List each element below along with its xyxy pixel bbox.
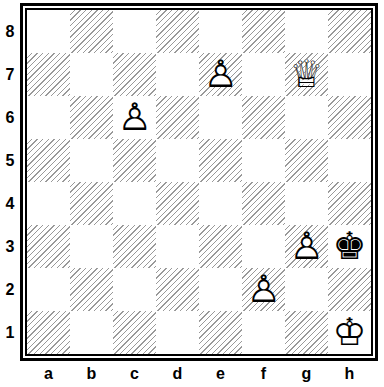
square-h5[interactable] — [328, 139, 371, 182]
square-h3[interactable]: ♚ — [328, 225, 371, 268]
square-a6[interactable] — [27, 96, 70, 139]
square-g3[interactable]: ♟♙ — [285, 225, 328, 268]
square-e6[interactable] — [199, 96, 242, 139]
square-c7[interactable] — [113, 53, 156, 96]
square-e8[interactable] — [199, 10, 242, 53]
square-f6[interactable] — [242, 96, 285, 139]
square-c6[interactable]: ♟♙ — [113, 96, 156, 139]
square-h2[interactable] — [328, 268, 371, 311]
rank-label-4: 4 — [0, 182, 20, 225]
square-d8[interactable] — [156, 10, 199, 53]
square-e5[interactable] — [199, 139, 242, 182]
square-d3[interactable] — [156, 225, 199, 268]
square-c1[interactable] — [113, 311, 156, 354]
white-queen[interactable]: ♛♕ — [285, 53, 328, 96]
square-d7[interactable] — [156, 53, 199, 96]
square-d2[interactable] — [156, 268, 199, 311]
square-a2[interactable] — [27, 268, 70, 311]
rank-label-8: 8 — [0, 10, 20, 53]
square-e4[interactable] — [199, 182, 242, 225]
square-b6[interactable] — [70, 96, 113, 139]
white-pawn-glyph: ♙ — [285, 225, 328, 268]
white-pawn[interactable]: ♟♙ — [113, 96, 156, 139]
file-label-e: e — [199, 361, 242, 386]
square-b4[interactable] — [70, 182, 113, 225]
white-pawn[interactable]: ♟♙ — [199, 53, 242, 96]
white-pawn[interactable]: ♟♙ — [242, 268, 285, 311]
square-a7[interactable] — [27, 53, 70, 96]
square-e2[interactable] — [199, 268, 242, 311]
white-king[interactable]: ♚♔ — [328, 311, 371, 354]
file-labels: abcdefgh — [27, 361, 371, 386]
file-label-h: h — [328, 361, 371, 386]
square-b5[interactable] — [70, 139, 113, 182]
square-g8[interactable] — [285, 10, 328, 53]
square-b1[interactable] — [70, 311, 113, 354]
square-c2[interactable] — [113, 268, 156, 311]
square-g2[interactable] — [285, 268, 328, 311]
square-g4[interactable] — [285, 182, 328, 225]
square-h6[interactable] — [328, 96, 371, 139]
rank-label-3: 3 — [0, 225, 20, 268]
square-b3[interactable] — [70, 225, 113, 268]
square-g6[interactable] — [285, 96, 328, 139]
square-d4[interactable] — [156, 182, 199, 225]
file-label-c: c — [113, 361, 156, 386]
rank-labels: 87654321 — [0, 10, 20, 354]
square-a1[interactable] — [27, 311, 70, 354]
square-f8[interactable] — [242, 10, 285, 53]
black-king[interactable]: ♚ — [328, 225, 371, 268]
board-frame: ♟♙♛♕♟♙♟♙♚♟♙♚♔ — [20, 3, 378, 361]
square-g1[interactable] — [285, 311, 328, 354]
file-label-g: g — [285, 361, 328, 386]
square-c3[interactable] — [113, 225, 156, 268]
square-a5[interactable] — [27, 139, 70, 182]
square-f3[interactable] — [242, 225, 285, 268]
square-a8[interactable] — [27, 10, 70, 53]
square-e1[interactable] — [199, 311, 242, 354]
square-h1[interactable]: ♚♔ — [328, 311, 371, 354]
rank-label-7: 7 — [0, 53, 20, 96]
square-d5[interactable] — [156, 139, 199, 182]
white-pawn-glyph: ♙ — [199, 53, 242, 96]
square-c8[interactable] — [113, 10, 156, 53]
square-h8[interactable] — [328, 10, 371, 53]
board-inner-border: ♟♙♛♕♟♙♟♙♚♟♙♚♔ — [25, 8, 373, 356]
white-queen-glyph: ♕ — [285, 53, 328, 96]
white-king-glyph: ♔ — [328, 311, 371, 354]
rank-label-1: 1 — [0, 311, 20, 354]
square-g7[interactable]: ♛♕ — [285, 53, 328, 96]
square-f2[interactable]: ♟♙ — [242, 268, 285, 311]
square-e3[interactable] — [199, 225, 242, 268]
square-c4[interactable] — [113, 182, 156, 225]
square-b8[interactable] — [70, 10, 113, 53]
square-e7[interactable]: ♟♙ — [199, 53, 242, 96]
white-pawn-glyph: ♙ — [242, 268, 285, 311]
square-b2[interactable] — [70, 268, 113, 311]
rank-label-6: 6 — [0, 96, 20, 139]
square-d1[interactable] — [156, 311, 199, 354]
square-a3[interactable] — [27, 225, 70, 268]
file-label-f: f — [242, 361, 285, 386]
square-c5[interactable] — [113, 139, 156, 182]
file-label-d: d — [156, 361, 199, 386]
square-a4[interactable] — [27, 182, 70, 225]
file-label-b: b — [70, 361, 113, 386]
square-d6[interactable] — [156, 96, 199, 139]
square-f7[interactable] — [242, 53, 285, 96]
square-f5[interactable] — [242, 139, 285, 182]
chess-board[interactable]: ♟♙♛♕♟♙♟♙♚♟♙♚♔ — [27, 10, 371, 354]
square-f1[interactable] — [242, 311, 285, 354]
white-pawn[interactable]: ♟♙ — [285, 225, 328, 268]
square-h4[interactable] — [328, 182, 371, 225]
black-king-glyph: ♚ — [328, 225, 371, 268]
rank-label-2: 2 — [0, 268, 20, 311]
square-g5[interactable] — [285, 139, 328, 182]
rank-label-5: 5 — [0, 139, 20, 182]
square-h7[interactable] — [328, 53, 371, 96]
square-f4[interactable] — [242, 182, 285, 225]
square-b7[interactable] — [70, 53, 113, 96]
file-label-a: a — [27, 361, 70, 386]
white-pawn-glyph: ♙ — [113, 96, 156, 139]
chess-diagram: 87654321 ♟♙♛♕♟♙♟♙♚♟♙♚♔ abcdefgh — [0, 0, 384, 387]
